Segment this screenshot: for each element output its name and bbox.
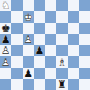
black-king[interactable]: ♚ — [0, 23, 11, 34]
square-a4[interactable]: ♟♙ — [0, 45, 11, 56]
square-a5[interactable]: ♟ — [0, 34, 11, 45]
square-c5[interactable]: ♟♙ — [23, 34, 34, 45]
square-c3[interactable] — [23, 56, 34, 67]
square-b4[interactable] — [11, 45, 22, 56]
square-b1[interactable] — [11, 79, 22, 90]
square-b3[interactable] — [11, 56, 22, 67]
white-knight[interactable]: ♘ — [0, 0, 11, 11]
square-a7[interactable] — [0, 11, 11, 22]
square-f7[interactable] — [56, 11, 67, 22]
white-pawn-fill: ♟ — [0, 56, 11, 67]
black-pawn[interactable]: ♟ — [34, 45, 45, 56]
square-h1[interactable] — [79, 79, 90, 90]
white-pawn-fill: ♟ — [0, 45, 11, 56]
square-g4[interactable] — [68, 45, 79, 56]
square-d7[interactable] — [34, 11, 45, 22]
square-e8[interactable] — [45, 0, 56, 11]
square-e7[interactable] — [45, 11, 56, 22]
square-h7[interactable] — [79, 11, 90, 22]
square-c7[interactable]: ♚♔ — [23, 11, 34, 22]
square-g1[interactable] — [68, 79, 79, 90]
square-g6[interactable] — [68, 23, 79, 34]
square-e3[interactable] — [45, 56, 56, 67]
square-a6[interactable]: ♚ — [0, 23, 11, 34]
white-king[interactable]: ♔ — [23, 11, 34, 22]
square-e1[interactable] — [45, 79, 56, 90]
square-g3[interactable] — [68, 56, 79, 67]
square-f3[interactable]: ♝♗ — [56, 56, 67, 67]
square-f8[interactable] — [56, 0, 67, 11]
white-king-fill: ♚ — [23, 11, 34, 22]
square-g8[interactable] — [68, 0, 79, 11]
square-f5[interactable] — [56, 34, 67, 45]
black-pawn[interactable]: ♟ — [23, 68, 34, 79]
white-pawn[interactable]: ♙ — [0, 56, 11, 67]
white-bishop[interactable]: ♗ — [56, 56, 67, 67]
square-d8[interactable] — [34, 0, 45, 11]
square-h4[interactable] — [79, 45, 90, 56]
square-c2[interactable]: ♟ — [23, 68, 34, 79]
square-h8[interactable] — [79, 0, 90, 11]
square-b7[interactable] — [11, 11, 22, 22]
white-bishop-fill: ♝ — [56, 56, 67, 67]
square-g5[interactable] — [68, 34, 79, 45]
chess-board: ♞♘♚♔♚♟♟♙♟♙♟♟♙♝♗♟♜ — [0, 0, 90, 90]
square-e4[interactable] — [45, 45, 56, 56]
square-c1[interactable] — [23, 79, 34, 90]
white-pawn-fill: ♟ — [23, 34, 34, 45]
square-d2[interactable] — [34, 68, 45, 79]
square-d6[interactable] — [34, 23, 45, 34]
square-d5[interactable] — [34, 34, 45, 45]
white-pawn[interactable]: ♙ — [23, 34, 34, 45]
square-h3[interactable] — [79, 56, 90, 67]
square-b2[interactable] — [11, 68, 22, 79]
square-g2[interactable] — [68, 68, 79, 79]
white-knight-fill: ♞ — [0, 0, 11, 11]
square-a2[interactable] — [0, 68, 11, 79]
square-d3[interactable] — [34, 56, 45, 67]
square-a3[interactable]: ♟♙ — [0, 56, 11, 67]
square-c4[interactable] — [23, 45, 34, 56]
square-f1[interactable]: ♜ — [56, 79, 67, 90]
square-a8[interactable]: ♞♘ — [0, 0, 11, 11]
square-h6[interactable] — [79, 23, 90, 34]
square-b6[interactable] — [11, 23, 22, 34]
black-pawn[interactable]: ♟ — [0, 34, 11, 45]
square-c8[interactable] — [23, 0, 34, 11]
square-e2[interactable] — [45, 68, 56, 79]
square-d1[interactable] — [34, 79, 45, 90]
square-d4[interactable]: ♟ — [34, 45, 45, 56]
square-h5[interactable] — [79, 34, 90, 45]
square-c6[interactable] — [23, 23, 34, 34]
square-f6[interactable] — [56, 23, 67, 34]
square-e5[interactable] — [45, 34, 56, 45]
square-e6[interactable] — [45, 23, 56, 34]
square-f4[interactable] — [56, 45, 67, 56]
black-rook[interactable]: ♜ — [56, 79, 67, 90]
square-a1[interactable] — [0, 79, 11, 90]
white-pawn[interactable]: ♙ — [0, 45, 11, 56]
square-f2[interactable] — [56, 68, 67, 79]
square-h2[interactable] — [79, 68, 90, 79]
square-b5[interactable] — [11, 34, 22, 45]
square-g7[interactable] — [68, 11, 79, 22]
square-b8[interactable] — [11, 0, 22, 11]
